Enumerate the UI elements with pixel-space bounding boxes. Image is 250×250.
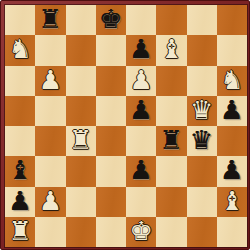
square-g3[interactable] xyxy=(187,156,217,186)
square-c2[interactable] xyxy=(66,187,96,217)
square-c7[interactable] xyxy=(66,35,96,65)
square-b2[interactable]: ♟ xyxy=(35,187,65,217)
square-g1[interactable] xyxy=(187,217,217,247)
piece-white-rook-a1[interactable]: ♜ xyxy=(8,218,31,244)
square-h7[interactable] xyxy=(217,35,247,65)
square-e6[interactable]: ♟ xyxy=(126,66,156,96)
square-b4[interactable] xyxy=(35,126,65,156)
piece-black-pawn-h3[interactable]: ♟ xyxy=(220,157,243,183)
square-a6[interactable] xyxy=(5,66,35,96)
square-b6[interactable]: ♟ xyxy=(35,66,65,96)
square-c4[interactable]: ♜ xyxy=(66,126,96,156)
square-f4[interactable]: ♜ xyxy=(156,126,186,156)
square-e2[interactable] xyxy=(126,187,156,217)
square-c6[interactable] xyxy=(66,66,96,96)
piece-black-pawn-e5[interactable]: ♟ xyxy=(129,97,152,123)
piece-black-rook-b8[interactable]: ♜ xyxy=(39,6,62,32)
board-frame: ♜♚♞♟♝♟♟♞♟♛♟♜♜♛♝♟♟♟♟♝♜♚ xyxy=(0,0,250,250)
square-d3[interactable] xyxy=(96,156,126,186)
square-a5[interactable] xyxy=(5,96,35,126)
piece-black-pawn-e7[interactable]: ♟ xyxy=(129,36,152,62)
square-a2[interactable]: ♟ xyxy=(5,187,35,217)
square-f6[interactable] xyxy=(156,66,186,96)
square-f3[interactable] xyxy=(156,156,186,186)
square-d1[interactable] xyxy=(96,217,126,247)
piece-white-rook-c4[interactable]: ♜ xyxy=(69,127,92,153)
piece-black-pawn-a2[interactable]: ♟ xyxy=(8,188,31,214)
square-h3[interactable]: ♟ xyxy=(217,156,247,186)
square-g6[interactable] xyxy=(187,66,217,96)
square-c3[interactable] xyxy=(66,156,96,186)
square-h6[interactable]: ♞ xyxy=(217,66,247,96)
square-g5[interactable]: ♛ xyxy=(187,96,217,126)
square-e5[interactable]: ♟ xyxy=(126,96,156,126)
piece-white-knight-a7[interactable]: ♞ xyxy=(8,36,31,62)
square-f8[interactable] xyxy=(156,5,186,35)
piece-black-pawn-h5[interactable]: ♟ xyxy=(220,97,243,123)
piece-black-bishop-a3[interactable]: ♝ xyxy=(8,157,31,183)
square-g8[interactable] xyxy=(187,5,217,35)
piece-white-queen-g5[interactable]: ♛ xyxy=(190,97,213,123)
piece-white-pawn-b6[interactable]: ♟ xyxy=(39,67,62,93)
piece-black-king-d8[interactable]: ♚ xyxy=(99,6,122,32)
square-b3[interactable] xyxy=(35,156,65,186)
square-a4[interactable] xyxy=(5,126,35,156)
square-c5[interactable] xyxy=(66,96,96,126)
square-e1[interactable]: ♚ xyxy=(126,217,156,247)
square-e7[interactable]: ♟ xyxy=(126,35,156,65)
square-f5[interactable] xyxy=(156,96,186,126)
square-a1[interactable]: ♜ xyxy=(5,217,35,247)
piece-white-bishop-h2[interactable]: ♝ xyxy=(220,188,243,214)
square-d8[interactable]: ♚ xyxy=(96,5,126,35)
square-c8[interactable] xyxy=(66,5,96,35)
square-f7[interactable]: ♝ xyxy=(156,35,186,65)
square-g7[interactable] xyxy=(187,35,217,65)
piece-white-pawn-b2[interactable]: ♟ xyxy=(39,188,62,214)
square-b7[interactable] xyxy=(35,35,65,65)
piece-black-queen-g4[interactable]: ♛ xyxy=(190,127,213,153)
piece-black-pawn-e3[interactable]: ♟ xyxy=(129,157,152,183)
piece-white-bishop-f7[interactable]: ♝ xyxy=(160,36,183,62)
piece-white-king-e1[interactable]: ♚ xyxy=(129,218,152,244)
square-d7[interactable] xyxy=(96,35,126,65)
square-a7[interactable]: ♞ xyxy=(5,35,35,65)
square-h2[interactable]: ♝ xyxy=(217,187,247,217)
chess-board: ♜♚♞♟♝♟♟♞♟♛♟♜♜♛♝♟♟♟♟♝♜♚ xyxy=(5,5,247,247)
square-e3[interactable]: ♟ xyxy=(126,156,156,186)
square-a3[interactable]: ♝ xyxy=(5,156,35,186)
square-d6[interactable] xyxy=(96,66,126,96)
square-g2[interactable] xyxy=(187,187,217,217)
square-f1[interactable] xyxy=(156,217,186,247)
square-a8[interactable] xyxy=(5,5,35,35)
square-b1[interactable] xyxy=(35,217,65,247)
square-d2[interactable] xyxy=(96,187,126,217)
piece-black-rook-f4[interactable]: ♜ xyxy=(160,127,183,153)
square-h4[interactable] xyxy=(217,126,247,156)
square-d5[interactable] xyxy=(96,96,126,126)
square-h8[interactable] xyxy=(217,5,247,35)
square-c1[interactable] xyxy=(66,217,96,247)
square-h5[interactable]: ♟ xyxy=(217,96,247,126)
square-b5[interactable] xyxy=(35,96,65,126)
square-e4[interactable] xyxy=(126,126,156,156)
square-b8[interactable]: ♜ xyxy=(35,5,65,35)
square-e8[interactable] xyxy=(126,5,156,35)
piece-white-pawn-e6[interactable]: ♟ xyxy=(129,67,152,93)
square-h1[interactable] xyxy=(217,217,247,247)
piece-white-knight-h6[interactable]: ♞ xyxy=(220,67,243,93)
square-g4[interactable]: ♛ xyxy=(187,126,217,156)
square-f2[interactable] xyxy=(156,187,186,217)
square-d4[interactable] xyxy=(96,126,126,156)
